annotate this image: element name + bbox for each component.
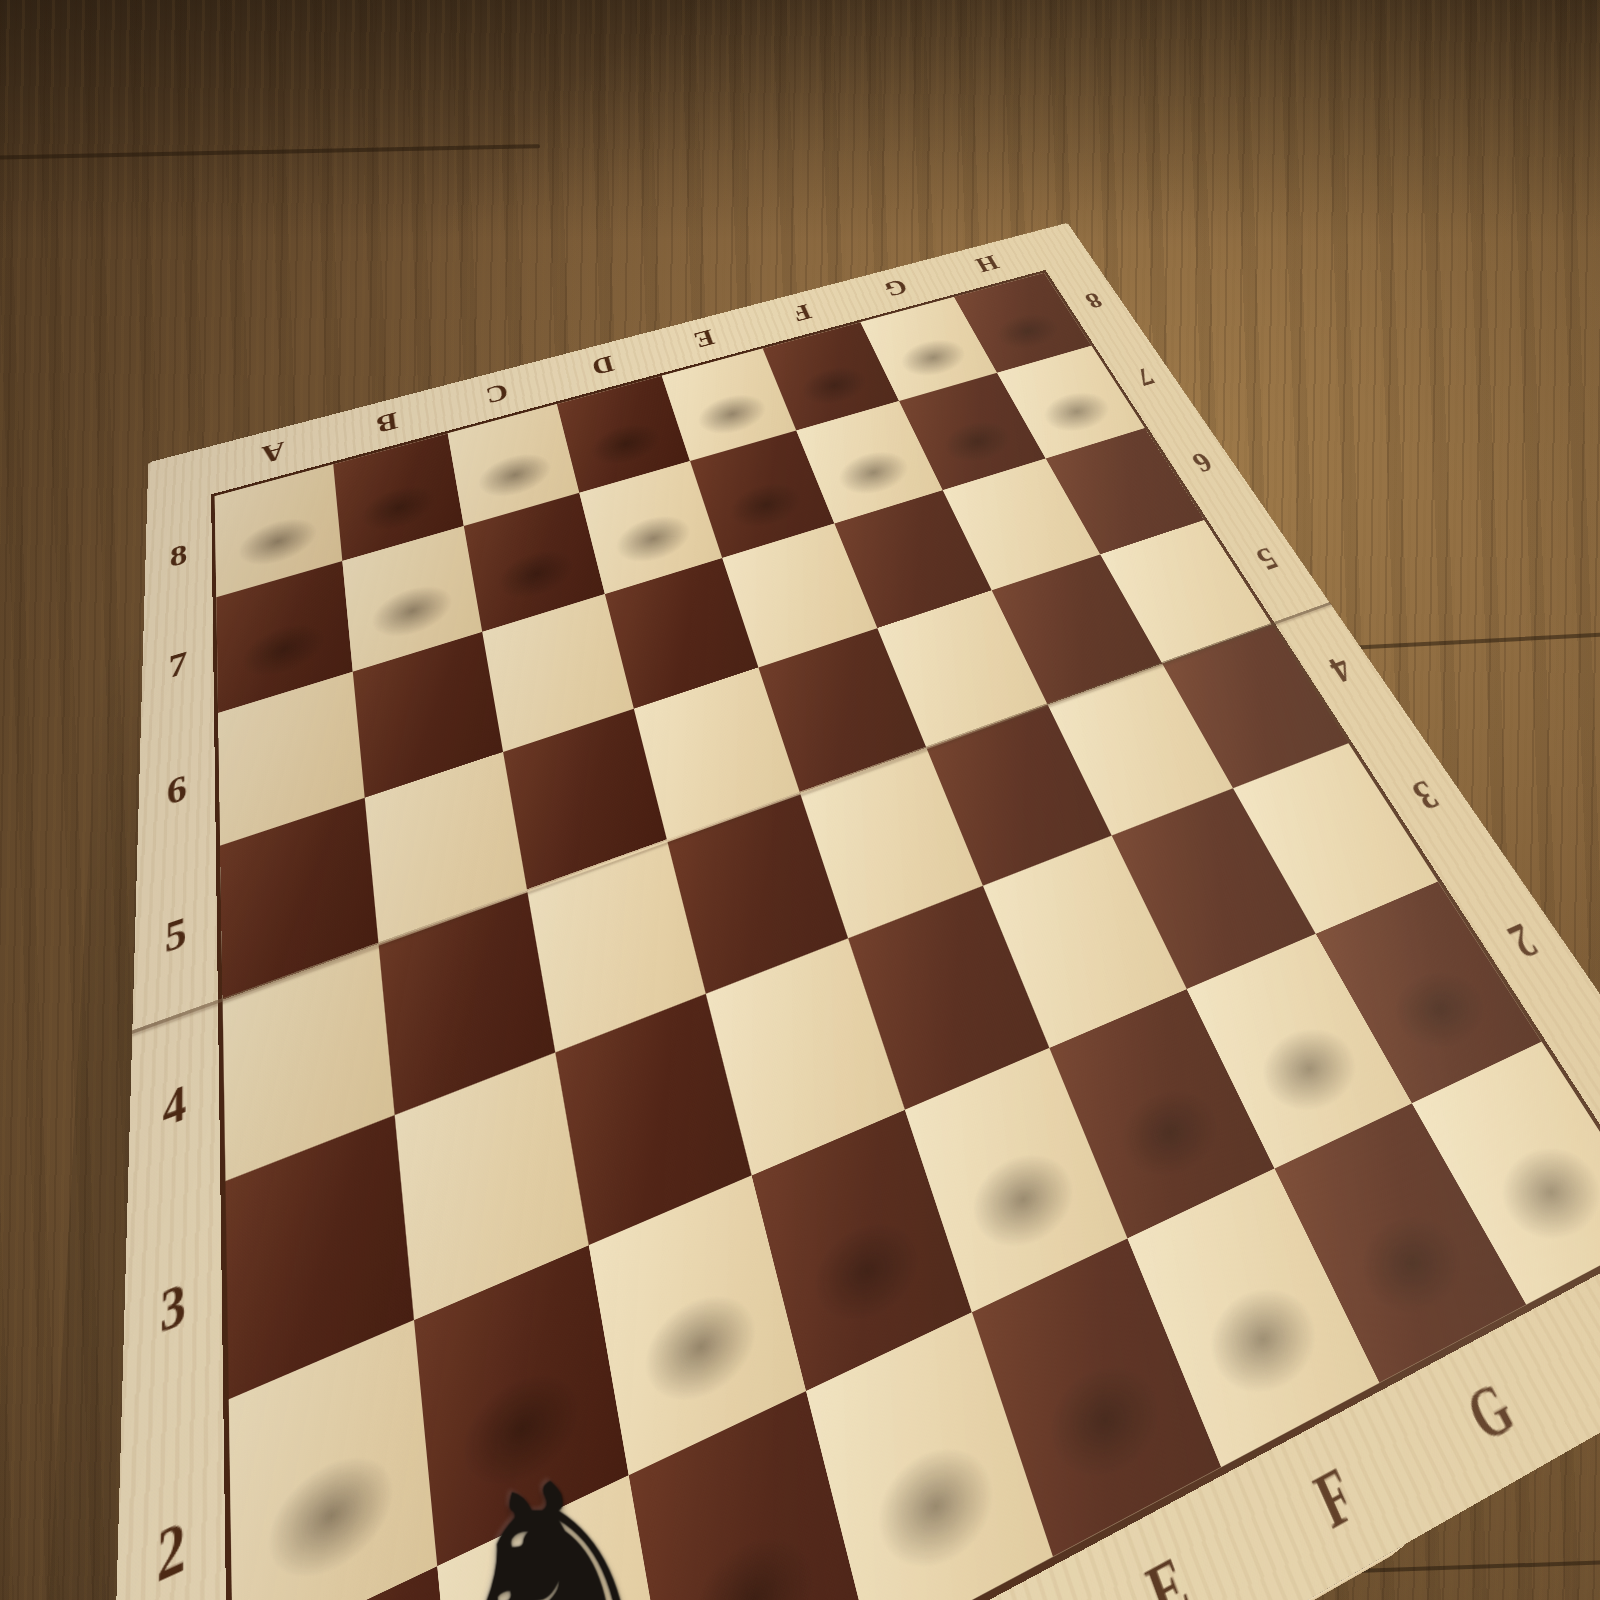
board-surface: ♜♞♝♚♛♝♞♜♟♟♟♟♟♟♟♟♟♟♟♟♟♟♟♟♜♞♝♛♚♝♞♜ 8765432…: [97, 223, 1600, 1600]
file-label: G: [1454, 1364, 1527, 1459]
perspective-scene: ♜♞♝♚♛♝♞♜♟♟♟♟♟♟♟♟♟♟♟♟♟♟♟♟♜♞♝♛♚♝♞♜ 8765432…: [0, 0, 1600, 1600]
square-b1[interactable]: ♞: [438, 1475, 677, 1600]
piece-white-pawn-a7[interactable]: ♟: [146, 549, 422, 652]
rank-label: 3: [1403, 771, 1448, 821]
rank-label: 5: [165, 906, 187, 964]
square-a1[interactable]: ♜: [233, 1566, 466, 1600]
file-label: E: [1136, 1537, 1201, 1600]
piece-black-rook-a1[interactable]: ♜: [115, 1584, 579, 1600]
rank-label: 7: [168, 643, 187, 686]
rank-label: 4: [162, 1071, 186, 1139]
chess-board: ♜♞♝♚♛♝♞♜♟♟♟♟♟♟♟♟♟♟♟♟♟♟♟♟♜♞♝♛♚♝♞♜ 8765432…: [97, 223, 1600, 1600]
rank-label: 6: [167, 765, 187, 815]
rank-label: 6: [1186, 446, 1219, 479]
rank-label: 5: [1249, 541, 1285, 579]
rank-label: 3: [160, 1267, 186, 1348]
file-label: F: [1303, 1449, 1367, 1547]
rank-label: 4: [1321, 648, 1361, 691]
photo-stage: ♜♞♝♚♛♝♞♜♟♟♟♟♟♟♟♟♟♟♟♟♟♟♟♟♜♞♝♛♚♝♞♜ 8765432…: [0, 0, 1600, 1600]
square-e5[interactable]: [758, 628, 926, 793]
